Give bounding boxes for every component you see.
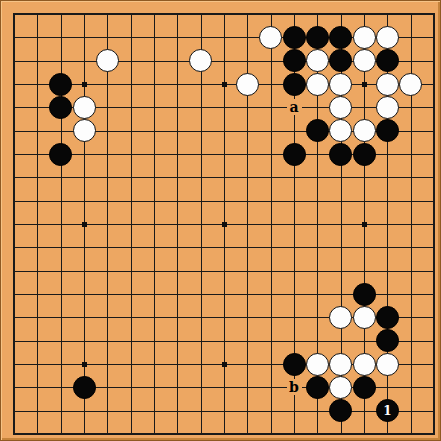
star-point [362,82,367,87]
black-stone [329,26,352,49]
black-stone-move-1: 1 [376,399,399,422]
black-stone [49,73,72,96]
white-stone [353,119,376,142]
star-point [82,222,87,227]
white-stone [329,73,352,96]
white-stone [306,353,329,376]
white-stone [329,306,352,329]
black-stone [283,73,306,96]
black-stone [49,96,72,119]
point-label-b: b [287,379,302,395]
white-stone [399,73,422,96]
white-stone [353,306,376,329]
black-stone [49,143,72,166]
point-label-a: a [287,99,302,115]
white-stone [376,96,399,119]
black-stone [329,143,352,166]
grid-line-horizontal [14,411,434,412]
white-stone [329,96,352,119]
star-point [82,362,87,367]
white-stone [73,119,96,142]
black-stone [376,49,399,72]
white-stone [353,49,376,72]
white-stone [73,96,96,119]
star-point [82,82,87,87]
black-stone [376,329,399,352]
go-board: 1ab [0,0,441,441]
black-stone [376,119,399,142]
white-stone [236,73,259,96]
black-stone [353,376,376,399]
black-stone [353,283,376,306]
black-stone [353,143,376,166]
black-stone [283,353,306,376]
white-stone [376,73,399,96]
star-point [222,82,227,87]
move-number-label: 1 [377,400,398,421]
grid-line-horizontal [14,271,434,272]
grid-line-horizontal [14,247,434,248]
star-point [222,222,227,227]
white-stone [376,353,399,376]
white-stone [329,353,352,376]
white-stone [96,49,119,72]
star-point [222,362,227,367]
grid-line-vertical [271,14,272,434]
black-stone [376,306,399,329]
black-stone [283,49,306,72]
white-stone [353,26,376,49]
grid-line-horizontal [14,341,434,342]
white-stone [306,73,329,96]
black-stone [283,26,306,49]
black-stone [306,26,329,49]
white-stone [376,26,399,49]
white-stone [306,49,329,72]
black-stone [306,376,329,399]
white-stone [329,376,352,399]
star-point [362,222,367,227]
black-stone [283,143,306,166]
black-stone [306,119,329,142]
white-stone [259,26,282,49]
black-stone [73,376,96,399]
white-stone [353,353,376,376]
